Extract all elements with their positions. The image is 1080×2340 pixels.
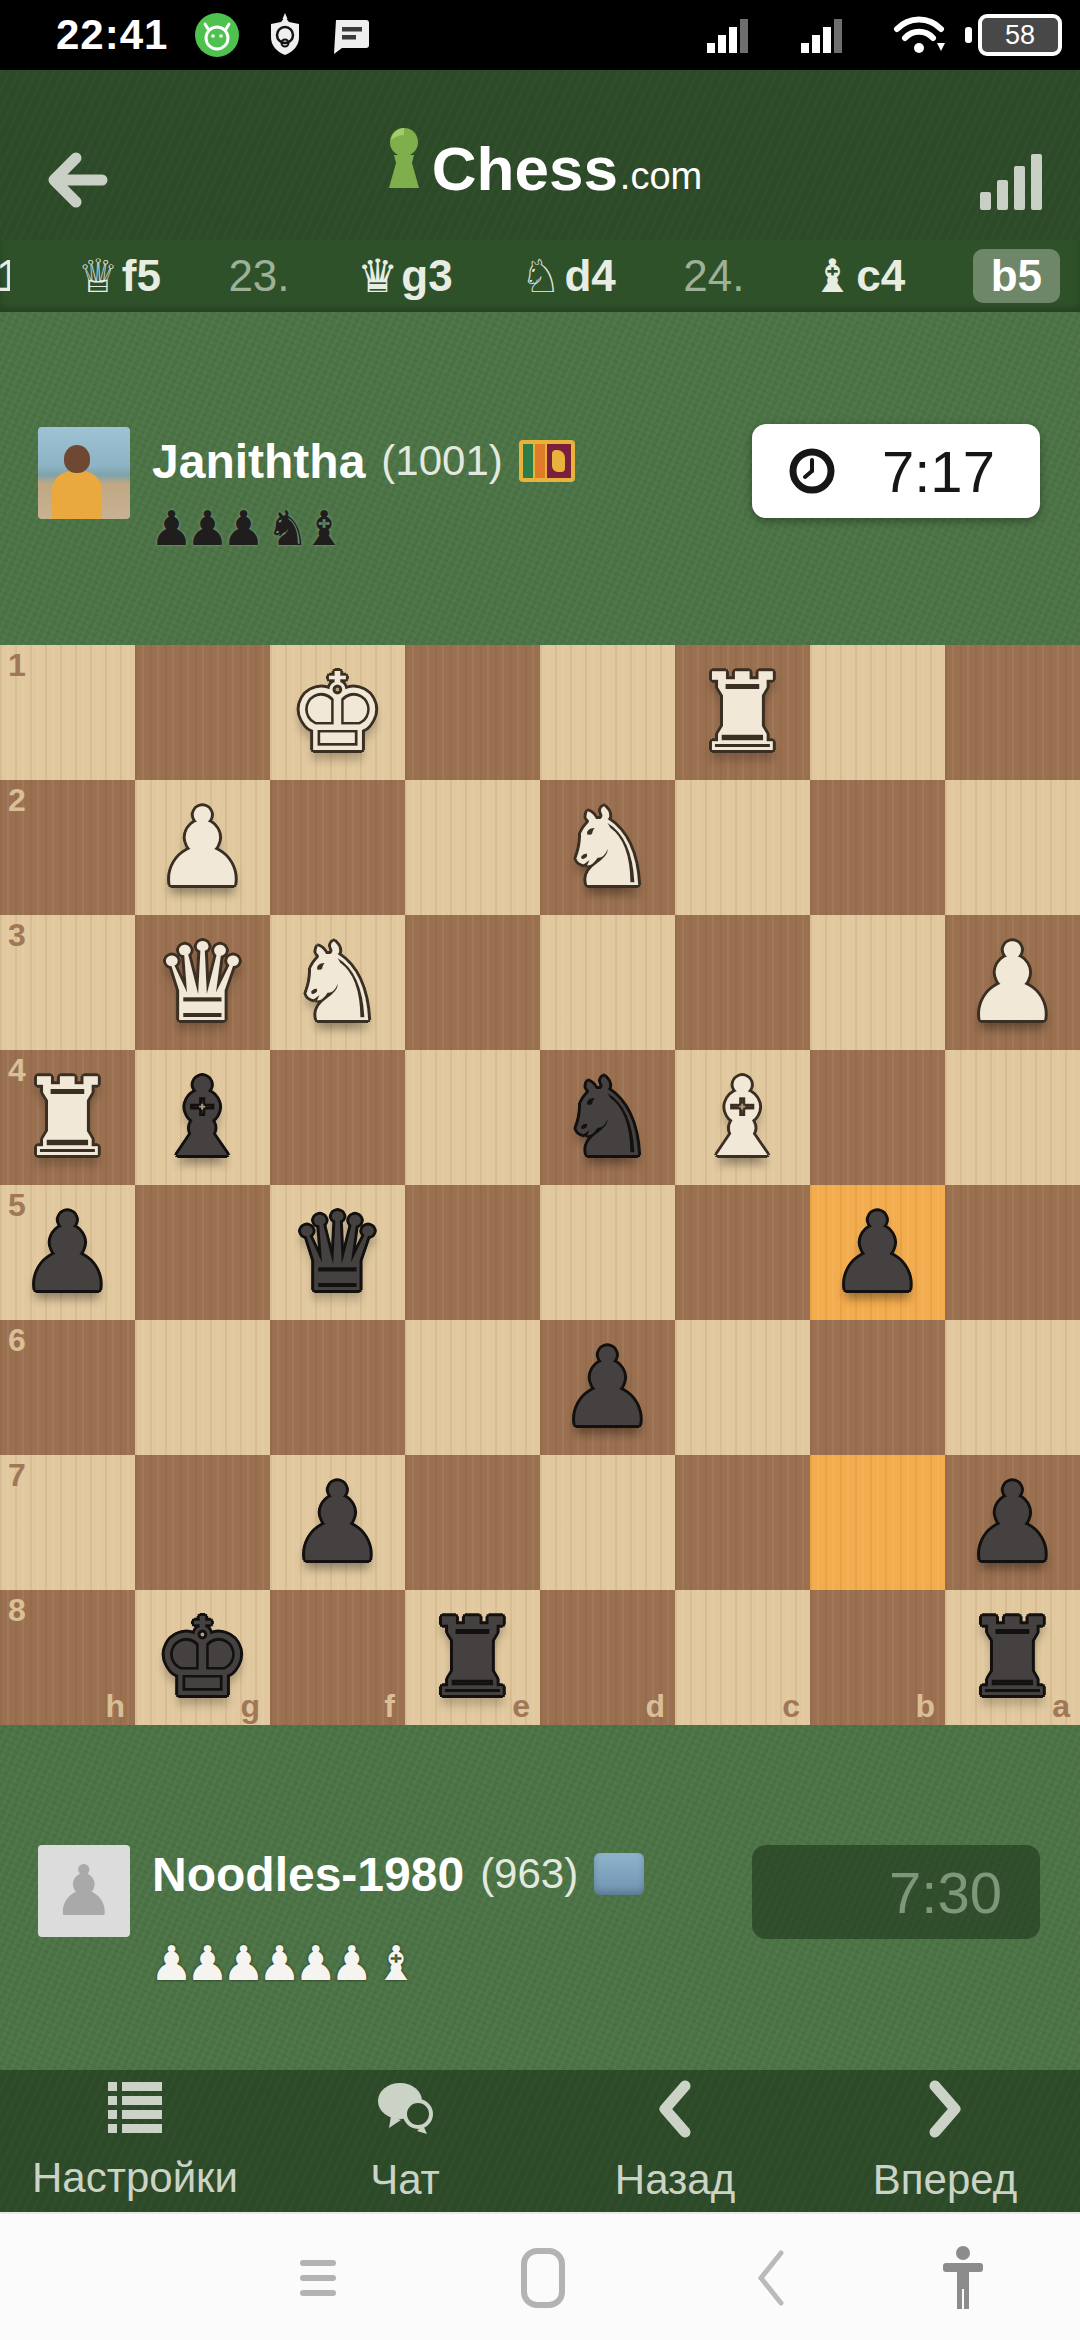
- square-h2[interactable]: 2: [0, 780, 135, 915]
- square-e3[interactable]: [405, 915, 540, 1050]
- piece-wR-h4: ♜: [19, 1064, 116, 1172]
- square-f6[interactable]: [270, 1320, 405, 1455]
- opponent-name: Janiththa: [152, 434, 365, 489]
- square-h4[interactable]: 4♜: [0, 1050, 135, 1185]
- square-f3[interactable]: ♞: [270, 915, 405, 1050]
- square-g6[interactable]: [135, 1320, 270, 1455]
- square-e7[interactable]: [405, 1455, 540, 1590]
- square-c3[interactable]: [675, 915, 810, 1050]
- connection-bars-icon: [978, 152, 1044, 216]
- square-b1[interactable]: [810, 645, 945, 780]
- move-black-nd4[interactable]: ♘d4: [520, 249, 616, 303]
- recents-icon[interactable]: [278, 2214, 358, 2340]
- opponent-panel: Janiththa (1001) ♟♟♟ ♞♝ 7:17: [0, 312, 1080, 645]
- move-white-bc4[interactable]: ♝c4: [812, 249, 905, 303]
- file-label-e: e: [512, 1688, 530, 1725]
- move-list-bar: 1♕f523.♛g3♘d424.♝c4b5: [0, 240, 1080, 312]
- player-name: Noodles-1980: [152, 1847, 464, 1902]
- wifi-icon: [893, 13, 949, 57]
- square-f1[interactable]: ♚: [270, 645, 405, 780]
- avatar-photo: [52, 471, 102, 519]
- piece-bP-b5: ♟: [829, 1199, 926, 1307]
- square-b7[interactable]: [810, 1455, 945, 1590]
- square-a2[interactable]: [945, 780, 1080, 915]
- move-clipped: 1: [0, 251, 10, 301]
- sri-lanka-flag-icon: [519, 440, 575, 482]
- square-a7[interactable]: ♟: [945, 1455, 1080, 1590]
- rank-label-4: 4: [8, 1052, 26, 1089]
- messages-icon: [330, 14, 372, 56]
- piece-bN-d4: ♞: [559, 1064, 656, 1172]
- square-d4[interactable]: ♞: [540, 1050, 675, 1185]
- square-d2[interactable]: ♞: [540, 780, 675, 915]
- nav-settings-label: Настройки: [32, 2154, 238, 2202]
- back-chevron-icon: [651, 2080, 699, 2142]
- file-label-b: b: [915, 1688, 935, 1725]
- square-d1[interactable]: [540, 645, 675, 780]
- rank-label-1: 1: [8, 647, 26, 684]
- square-g4[interactable]: ♝: [135, 1050, 270, 1185]
- nav-back-move[interactable]: Назад: [540, 2070, 810, 2212]
- square-e1[interactable]: [405, 645, 540, 780]
- square-a3[interactable]: ♟: [945, 915, 1080, 1050]
- clock-icon: [788, 447, 836, 495]
- status-bar: 22:41 58: [0, 0, 1080, 70]
- square-e6[interactable]: [405, 1320, 540, 1455]
- rank-label-7: 7: [8, 1457, 26, 1494]
- piece-bP-h5: ♟: [19, 1199, 116, 1307]
- square-e8[interactable]: e♜: [405, 1590, 540, 1725]
- file-label-c: c: [782, 1688, 800, 1725]
- square-f2[interactable]: [270, 780, 405, 915]
- square-h1[interactable]: 1: [0, 645, 135, 780]
- signal-sim1-icon: [705, 15, 757, 55]
- square-c8[interactable]: c: [675, 1590, 810, 1725]
- square-c1[interactable]: ♜: [675, 645, 810, 780]
- system-back-icon[interactable]: [730, 2214, 810, 2340]
- player-avatar[interactable]: ♟: [38, 1845, 130, 1937]
- square-e5[interactable]: [405, 1185, 540, 1320]
- opponent-name-row[interactable]: Janiththa (1001): [152, 432, 575, 490]
- accessibility-icon[interactable]: [923, 2214, 1003, 2340]
- move-number-23: 23.: [228, 251, 289, 301]
- player-time: 7:30: [889, 1859, 1002, 1926]
- logo-text: Chess: [432, 138, 618, 200]
- piece-bB-g4: ♝: [154, 1064, 251, 1172]
- square-g3[interactable]: ♛: [135, 915, 270, 1050]
- rank-label-3: 3: [8, 917, 26, 954]
- chess-board: 1♚♜2♟♞3♛♞♟4♜♝♞♝5♟♛♟6♟7♟♟8hg♚fe♜dcba♜: [0, 645, 1080, 1725]
- square-a6[interactable]: [945, 1320, 1080, 1455]
- piece-bK-g8: ♚: [154, 1604, 251, 1712]
- square-h5[interactable]: 5♟: [0, 1185, 135, 1320]
- opponent-captured-pieces: ♟♟♟ ♞♝: [150, 504, 338, 552]
- file-label-d: d: [645, 1688, 665, 1725]
- square-c2[interactable]: [675, 780, 810, 915]
- battery-percent: 58: [1005, 20, 1035, 51]
- piece-wK-f1: ♚: [289, 659, 386, 767]
- file-label-g: g: [240, 1688, 260, 1725]
- square-d8[interactable]: d: [540, 1590, 675, 1725]
- square-b3[interactable]: [810, 915, 945, 1050]
- bottom-nav: Настройки Чат Назад Вперед: [0, 2070, 1080, 2212]
- piece-wP-g2: ♟: [154, 794, 251, 902]
- piece-wB-c4: ♝: [694, 1064, 791, 1172]
- square-d7[interactable]: [540, 1455, 675, 1590]
- move-number-24: 24.: [683, 251, 744, 301]
- square-f7[interactable]: ♟: [270, 1455, 405, 1590]
- pawn-placeholder-icon: ♟: [53, 1856, 116, 1926]
- chess-app-screen: 22:41 58: [0, 0, 1080, 2340]
- pawn-logo-icon: [378, 126, 430, 200]
- square-h6[interactable]: 6: [0, 1320, 135, 1455]
- square-f8[interactable]: f: [270, 1590, 405, 1725]
- opponent-clock: 7:17: [752, 424, 1040, 518]
- rank-label-8: 8: [8, 1592, 26, 1629]
- android-app-icon: [194, 12, 240, 58]
- square-f4[interactable]: [270, 1050, 405, 1185]
- square-b4[interactable]: [810, 1050, 945, 1185]
- piece-bR-e8: ♜: [424, 1604, 521, 1712]
- piece-wN-d2: ♞: [559, 794, 656, 902]
- square-f5[interactable]: ♛: [270, 1185, 405, 1320]
- settings-list-icon: [106, 2080, 164, 2140]
- square-d3[interactable]: [540, 915, 675, 1050]
- move-black-qf5[interactable]: ♕f5: [78, 249, 161, 303]
- rank-label-5: 5: [8, 1187, 26, 1224]
- player-flag-icon: [594, 1853, 644, 1895]
- square-h7[interactable]: 7: [0, 1455, 135, 1590]
- system-nav: [0, 2212, 1080, 2340]
- nav-forward-label: Вперед: [873, 2156, 1017, 2204]
- square-c5[interactable]: [675, 1185, 810, 1320]
- opponent-time: 7:17: [882, 438, 995, 505]
- move-black-b5[interactable]: b5: [973, 249, 1060, 303]
- nav-settings[interactable]: Настройки: [0, 2070, 270, 2212]
- square-a1[interactable]: [945, 645, 1080, 780]
- square-c4[interactable]: ♝: [675, 1050, 810, 1185]
- move-white-qg3[interactable]: ♛g3: [357, 249, 453, 303]
- square-e4[interactable]: [405, 1050, 540, 1185]
- opponent-avatar[interactable]: [38, 427, 130, 519]
- chesscom-logo: Chess .com: [0, 126, 1080, 200]
- square-a4[interactable]: [945, 1050, 1080, 1185]
- piece-bP-a7: ♟: [964, 1469, 1061, 1577]
- square-g7[interactable]: [135, 1455, 270, 1590]
- square-c7[interactable]: [675, 1455, 810, 1590]
- square-b5[interactable]: ♟: [810, 1185, 945, 1320]
- player-rating: (963): [480, 1850, 578, 1898]
- shield-badge-icon: [266, 13, 304, 57]
- nav-chat-label: Чат: [370, 2156, 440, 2204]
- square-b6[interactable]: [810, 1320, 945, 1455]
- status-time: 22:41: [56, 11, 168, 59]
- square-e2[interactable]: [405, 780, 540, 915]
- opponent-rating: (1001): [381, 437, 502, 485]
- home-icon[interactable]: [503, 2214, 583, 2340]
- piece-bR-a8: ♜: [964, 1604, 1061, 1712]
- piece-wQ-g3: ♛: [154, 929, 251, 1037]
- player-name-row[interactable]: Noodles-1980 (963): [152, 1845, 644, 1903]
- square-g8[interactable]: g♚: [135, 1590, 270, 1725]
- square-a8[interactable]: a♜: [945, 1590, 1080, 1725]
- square-b2[interactable]: [810, 780, 945, 915]
- square-b8[interactable]: b: [810, 1590, 945, 1725]
- piece-wP-a3: ♟: [964, 929, 1061, 1037]
- nav-forward-move[interactable]: Вперед: [810, 2070, 1080, 2212]
- app-header: Chess .com: [0, 70, 1080, 240]
- square-c6[interactable]: [675, 1320, 810, 1455]
- rank-label-2: 2: [8, 782, 26, 819]
- logo-suffix-text: .com: [620, 153, 702, 201]
- rank-label-6: 6: [8, 1322, 26, 1359]
- nav-back-label: Назад: [615, 2156, 735, 2204]
- forward-chevron-icon: [921, 2080, 969, 2142]
- square-h3[interactable]: 3: [0, 915, 135, 1050]
- battery-cap: [965, 27, 972, 43]
- status-right-icons: 58: [679, 0, 1062, 70]
- square-h8[interactable]: 8h: [0, 1590, 135, 1725]
- nav-chat[interactable]: Чат: [270, 2070, 540, 2212]
- piece-bQ-f5: ♛: [289, 1199, 386, 1307]
- signal-sim2-icon: [799, 15, 851, 55]
- player-panel: ♟ Noodles-1980 (963) ♟♟♟♟♟♟ ♝ 7:30: [0, 1725, 1080, 2070]
- square-g2[interactable]: ♟: [135, 780, 270, 915]
- file-label-a: a: [1052, 1688, 1070, 1725]
- chat-icon: [373, 2080, 437, 2142]
- piece-bP-f7: ♟: [289, 1469, 386, 1577]
- square-g1[interactable]: [135, 645, 270, 780]
- player-clock: 7:30: [752, 1845, 1040, 1939]
- file-label-f: f: [384, 1688, 395, 1725]
- piece-bP-d6: ♟: [559, 1334, 656, 1442]
- square-d6[interactable]: ♟: [540, 1320, 675, 1455]
- square-d5[interactable]: [540, 1185, 675, 1320]
- file-label-h: h: [105, 1688, 125, 1725]
- piece-wR-c1: ♜: [694, 659, 791, 767]
- battery-icon: 58: [978, 14, 1062, 56]
- player-captured-pieces: ♟♟♟♟♟♟ ♝: [150, 1939, 410, 1987]
- square-g5[interactable]: [135, 1185, 270, 1320]
- square-a5[interactable]: [945, 1185, 1080, 1320]
- piece-wN-f3: ♞: [289, 929, 386, 1037]
